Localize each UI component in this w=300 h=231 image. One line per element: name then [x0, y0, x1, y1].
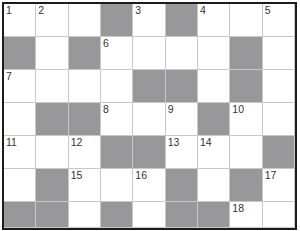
blocked-cell-r4c2 [36, 103, 68, 136]
blocked-cell-r7c6 [166, 202, 198, 228]
clue-number-5: 5 [265, 4, 271, 16]
clue-number-17: 17 [265, 169, 277, 181]
cell-r3c2[interactable] [36, 70, 68, 103]
blocked-cell-r5c9 [263, 136, 295, 169]
clue-number-18: 18 [232, 202, 244, 214]
cell-r2c4[interactable]: 6 [101, 37, 133, 70]
clue-number-10: 10 [232, 103, 244, 115]
cell-r2c5[interactable] [133, 37, 165, 70]
cell-r7c8[interactable]: 18 [230, 202, 262, 228]
blocked-cell-r4c7 [198, 103, 230, 136]
blocked-cell-r6c6 [166, 169, 198, 202]
cell-r4c8[interactable]: 10 [230, 103, 262, 136]
cell-r4c5[interactable] [133, 103, 165, 136]
cell-r6c3[interactable]: 15 [69, 169, 101, 202]
cell-r7c3[interactable] [69, 202, 101, 228]
cell-r4c6[interactable]: 9 [166, 103, 198, 136]
clue-number-2: 2 [38, 4, 44, 16]
cell-r1c1[interactable]: 1 [4, 4, 36, 37]
cell-r3c3[interactable] [69, 70, 101, 103]
cell-r5c2[interactable] [36, 136, 68, 169]
clue-number-4: 4 [200, 4, 206, 16]
cell-r1c3[interactable] [69, 4, 101, 37]
blocked-cell-r1c6 [166, 4, 198, 37]
clue-number-14: 14 [200, 136, 212, 148]
blocked-cell-r7c1 [4, 202, 36, 228]
cell-r6c4[interactable] [101, 169, 133, 202]
blocked-cell-r3c6 [166, 70, 198, 103]
cell-r2c9[interactable] [263, 37, 295, 70]
cell-r5c1[interactable]: 11 [4, 136, 36, 169]
blocked-cell-r7c2 [36, 202, 68, 228]
blocked-cell-r1c4 [101, 4, 133, 37]
cell-r5c7[interactable]: 14 [198, 136, 230, 169]
cell-r1c8[interactable] [230, 4, 262, 37]
clue-number-6: 6 [103, 37, 109, 49]
clue-number-9: 9 [168, 103, 174, 115]
cell-r4c4[interactable]: 8 [101, 103, 133, 136]
crossword-grid: 123456789101112131415161718 [2, 2, 297, 230]
cell-r6c7[interactable] [198, 169, 230, 202]
cell-r5c3[interactable]: 12 [69, 136, 101, 169]
cell-r4c1[interactable] [4, 103, 36, 136]
cell-r1c7[interactable]: 4 [198, 4, 230, 37]
cell-r2c7[interactable] [198, 37, 230, 70]
clue-number-12: 12 [71, 136, 83, 148]
cell-r5c6[interactable]: 13 [166, 136, 198, 169]
blocked-cell-r6c2 [36, 169, 68, 202]
cell-r6c9[interactable]: 17 [263, 169, 295, 202]
clue-number-16: 16 [135, 169, 147, 181]
cell-r3c9[interactable] [263, 70, 295, 103]
cell-r1c9[interactable]: 5 [263, 4, 295, 37]
cell-r4c9[interactable] [263, 103, 295, 136]
cell-r3c4[interactable] [101, 70, 133, 103]
blocked-cell-r4c3 [69, 103, 101, 136]
blocked-cell-r3c5 [133, 70, 165, 103]
cell-r7c9[interactable] [263, 202, 295, 228]
cell-r7c5[interactable] [133, 202, 165, 228]
clue-number-15: 15 [71, 169, 83, 181]
cell-r3c1[interactable]: 7 [4, 70, 36, 103]
cell-r6c5[interactable]: 16 [133, 169, 165, 202]
cell-r5c8[interactable] [230, 136, 262, 169]
blocked-cell-r7c4 [101, 202, 133, 228]
clue-number-8: 8 [103, 103, 109, 115]
cell-r6c1[interactable] [4, 169, 36, 202]
cell-r1c5[interactable]: 3 [133, 4, 165, 37]
blocked-cell-r5c5 [133, 136, 165, 169]
blocked-cell-r5c4 [101, 136, 133, 169]
blocked-cell-r7c7 [198, 202, 230, 228]
clue-number-11: 11 [6, 136, 17, 148]
cell-r2c6[interactable] [166, 37, 198, 70]
clue-number-3: 3 [135, 4, 141, 16]
blocked-cell-r3c8 [230, 70, 262, 103]
clue-number-7: 7 [6, 70, 12, 82]
blocked-cell-r2c1 [4, 37, 36, 70]
blocked-cell-r6c8 [230, 169, 262, 202]
clue-number-1: 1 [6, 4, 12, 16]
cell-r1c2[interactable]: 2 [36, 4, 68, 37]
blocked-cell-r2c3 [69, 37, 101, 70]
cell-r3c7[interactable] [198, 70, 230, 103]
cell-r2c2[interactable] [36, 37, 68, 70]
clue-number-13: 13 [168, 136, 180, 148]
blocked-cell-r2c8 [230, 37, 262, 70]
